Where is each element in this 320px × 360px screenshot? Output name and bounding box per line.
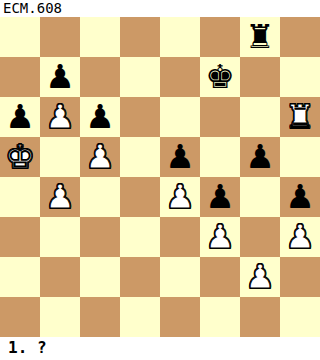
black-pawn[interactable]: ♟ <box>165 137 195 177</box>
black-pawn[interactable]: ♟ <box>45 57 75 97</box>
square-c6[interactable]: ♟ <box>80 97 120 137</box>
square-f3[interactable]: ♟ <box>200 217 240 257</box>
square-c2[interactable] <box>80 257 120 297</box>
square-h8[interactable] <box>280 17 320 57</box>
square-a1[interactable] <box>0 297 40 337</box>
square-f5[interactable] <box>200 137 240 177</box>
square-d5[interactable] <box>120 137 160 177</box>
square-g5[interactable]: ♟ <box>240 137 280 177</box>
square-g4[interactable] <box>240 177 280 217</box>
square-f7[interactable]: ♚ <box>200 57 240 97</box>
square-b1[interactable] <box>40 297 80 337</box>
white-pawn[interactable]: ♟ <box>285 217 315 257</box>
white-pawn[interactable]: ♟ <box>205 217 235 257</box>
square-d7[interactable] <box>120 57 160 97</box>
square-e1[interactable] <box>160 297 200 337</box>
black-pawn[interactable]: ♟ <box>205 177 235 217</box>
square-h6[interactable]: ♜ <box>280 97 320 137</box>
square-g3[interactable] <box>240 217 280 257</box>
square-h7[interactable] <box>280 57 320 97</box>
square-h4[interactable]: ♟ <box>280 177 320 217</box>
square-g8[interactable]: ♜ <box>240 17 280 57</box>
square-e7[interactable] <box>160 57 200 97</box>
square-b5[interactable] <box>40 137 80 177</box>
square-b7[interactable]: ♟ <box>40 57 80 97</box>
square-h3[interactable]: ♟ <box>280 217 320 257</box>
square-f6[interactable] <box>200 97 240 137</box>
square-f4[interactable]: ♟ <box>200 177 240 217</box>
square-b6[interactable]: ♟ <box>40 97 80 137</box>
square-a4[interactable] <box>0 177 40 217</box>
square-d8[interactable] <box>120 17 160 57</box>
square-b4[interactable]: ♟ <box>40 177 80 217</box>
square-b3[interactable] <box>40 217 80 257</box>
square-c5[interactable]: ♟ <box>80 137 120 177</box>
square-e6[interactable] <box>160 97 200 137</box>
square-d4[interactable] <box>120 177 160 217</box>
black-pawn[interactable]: ♟ <box>245 137 275 177</box>
square-c1[interactable] <box>80 297 120 337</box>
square-g1[interactable] <box>240 297 280 337</box>
square-a2[interactable] <box>0 257 40 297</box>
black-king[interactable]: ♚ <box>205 57 235 97</box>
white-pawn[interactable]: ♟ <box>45 177 75 217</box>
square-e3[interactable] <box>160 217 200 257</box>
black-pawn[interactable]: ♟ <box>5 97 35 137</box>
square-a7[interactable] <box>0 57 40 97</box>
black-pawn[interactable]: ♟ <box>85 97 115 137</box>
square-g6[interactable] <box>240 97 280 137</box>
black-rook[interactable]: ♜ <box>245 17 275 57</box>
square-a3[interactable] <box>0 217 40 257</box>
square-a8[interactable] <box>0 17 40 57</box>
square-f1[interactable] <box>200 297 240 337</box>
black-pawn[interactable]: ♟ <box>285 177 315 217</box>
square-e2[interactable] <box>160 257 200 297</box>
square-d3[interactable] <box>120 217 160 257</box>
square-g7[interactable] <box>240 57 280 97</box>
square-b8[interactable] <box>40 17 80 57</box>
square-h2[interactable] <box>280 257 320 297</box>
square-h1[interactable] <box>280 297 320 337</box>
square-h5[interactable] <box>280 137 320 177</box>
square-d2[interactable] <box>120 257 160 297</box>
square-f2[interactable] <box>200 257 240 297</box>
square-e4[interactable]: ♟ <box>160 177 200 217</box>
square-c7[interactable] <box>80 57 120 97</box>
square-d1[interactable] <box>120 297 160 337</box>
chess-puzzle-screen: ECM.608 ♜♟♚♟♟♟♜♚♟♟♟♟♟♟♟♟♟♟ 1. ? <box>0 0 320 360</box>
move-prompt: 1. ? <box>0 337 320 360</box>
square-e5[interactable]: ♟ <box>160 137 200 177</box>
white-king[interactable]: ♚ <box>5 137 35 177</box>
square-c4[interactable] <box>80 177 120 217</box>
square-e8[interactable] <box>160 17 200 57</box>
square-d6[interactable] <box>120 97 160 137</box>
square-c3[interactable] <box>80 217 120 257</box>
square-a6[interactable]: ♟ <box>0 97 40 137</box>
white-pawn[interactable]: ♟ <box>245 257 275 297</box>
puzzle-id: ECM.608 <box>0 0 320 17</box>
square-b2[interactable] <box>40 257 80 297</box>
square-c8[interactable] <box>80 17 120 57</box>
white-pawn[interactable]: ♟ <box>85 137 115 177</box>
square-g2[interactable]: ♟ <box>240 257 280 297</box>
chess-board: ♜♟♚♟♟♟♜♚♟♟♟♟♟♟♟♟♟♟ <box>0 17 320 337</box>
square-f8[interactable] <box>200 17 240 57</box>
white-pawn[interactable]: ♟ <box>45 97 75 137</box>
white-pawn[interactable]: ♟ <box>165 177 195 217</box>
square-a5[interactable]: ♚ <box>0 137 40 177</box>
white-rook[interactable]: ♜ <box>285 97 315 137</box>
